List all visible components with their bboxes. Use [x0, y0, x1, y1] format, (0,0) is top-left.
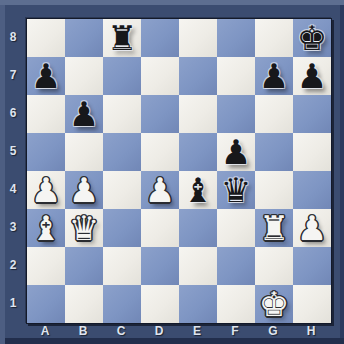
square-f2[interactable]	[217, 247, 255, 285]
white-pawn-piece[interactable]: ♟	[69, 171, 99, 209]
black-king-piece[interactable]: ♚	[297, 19, 327, 57]
square-e5[interactable]	[179, 133, 217, 171]
white-pawn-piece[interactable]: ♟	[297, 209, 327, 247]
rank-label-5: 5	[0, 132, 26, 170]
file-label-b: B	[64, 323, 102, 340]
chess-board: ♜♚♟♟♟♟♟♟♟♟♝♛♝♛♜♟♚	[26, 18, 332, 324]
file-label-d: D	[140, 323, 178, 340]
square-a7[interactable]: ♟	[27, 57, 65, 95]
square-b5[interactable]	[65, 133, 103, 171]
white-pawn-piece[interactable]: ♟	[145, 171, 175, 209]
white-king-piece[interactable]: ♚	[259, 285, 289, 323]
square-c3[interactable]	[103, 209, 141, 247]
square-f5[interactable]: ♟	[217, 133, 255, 171]
file-label-f: F	[216, 323, 254, 340]
black-pawn-piece[interactable]: ♟	[221, 133, 251, 171]
square-h4[interactable]	[293, 171, 331, 209]
square-b8[interactable]	[65, 19, 103, 57]
square-b6[interactable]: ♟	[65, 95, 103, 133]
rank-label-2: 2	[0, 246, 26, 284]
square-g1[interactable]: ♚	[255, 285, 293, 323]
chess-board-frame: 87654321 ABCDEFGH ♜♚♟♟♟♟♟♟♟♟♝♛♝♛♜♟♚	[0, 0, 344, 344]
square-a1[interactable]	[27, 285, 65, 323]
square-c5[interactable]	[103, 133, 141, 171]
square-h1[interactable]	[293, 285, 331, 323]
square-c4[interactable]	[103, 171, 141, 209]
square-d2[interactable]	[141, 247, 179, 285]
black-pawn-piece[interactable]: ♟	[297, 57, 327, 95]
square-e1[interactable]	[179, 285, 217, 323]
square-b4[interactable]: ♟	[65, 171, 103, 209]
square-c2[interactable]	[103, 247, 141, 285]
file-label-h: H	[292, 323, 330, 340]
black-queen-piece[interactable]: ♛	[221, 171, 251, 209]
square-g7[interactable]: ♟	[255, 57, 293, 95]
square-b3[interactable]: ♛	[65, 209, 103, 247]
square-f7[interactable]	[217, 57, 255, 95]
square-d1[interactable]	[141, 285, 179, 323]
square-g5[interactable]	[255, 133, 293, 171]
rank-label-7: 7	[0, 56, 26, 94]
square-a8[interactable]	[27, 19, 65, 57]
square-g8[interactable]	[255, 19, 293, 57]
white-rook-piece[interactable]: ♜	[259, 209, 289, 247]
square-c8[interactable]: ♜	[103, 19, 141, 57]
square-f8[interactable]	[217, 19, 255, 57]
square-b1[interactable]	[65, 285, 103, 323]
file-label-g: G	[254, 323, 292, 340]
white-pawn-piece[interactable]: ♟	[31, 171, 61, 209]
square-g6[interactable]	[255, 95, 293, 133]
black-rook-piece[interactable]: ♜	[107, 19, 137, 57]
rank-label-6: 6	[0, 94, 26, 132]
file-labels: ABCDEFGH	[26, 323, 332, 340]
square-h8[interactable]: ♚	[293, 19, 331, 57]
file-label-e: E	[178, 323, 216, 340]
square-b2[interactable]	[65, 247, 103, 285]
square-f1[interactable]	[217, 285, 255, 323]
rank-label-3: 3	[0, 208, 26, 246]
square-g2[interactable]	[255, 247, 293, 285]
square-d5[interactable]	[141, 133, 179, 171]
square-a3[interactable]: ♝	[27, 209, 65, 247]
black-pawn-piece[interactable]: ♟	[31, 57, 61, 95]
square-h5[interactable]	[293, 133, 331, 171]
square-e4[interactable]: ♝	[179, 171, 217, 209]
square-h7[interactable]: ♟	[293, 57, 331, 95]
rank-label-1: 1	[0, 284, 26, 322]
square-a2[interactable]	[27, 247, 65, 285]
square-a5[interactable]	[27, 133, 65, 171]
square-h6[interactable]	[293, 95, 331, 133]
rank-label-4: 4	[0, 170, 26, 208]
square-b7[interactable]	[65, 57, 103, 95]
square-e7[interactable]	[179, 57, 217, 95]
square-e8[interactable]	[179, 19, 217, 57]
black-pawn-piece[interactable]: ♟	[259, 57, 289, 95]
white-bishop-piece[interactable]: ♝	[31, 209, 61, 247]
rank-label-8: 8	[0, 18, 26, 56]
square-d4[interactable]: ♟	[141, 171, 179, 209]
file-label-a: A	[26, 323, 64, 340]
square-e2[interactable]	[179, 247, 217, 285]
square-e6[interactable]	[179, 95, 217, 133]
white-queen-piece[interactable]: ♛	[69, 209, 99, 247]
square-f4[interactable]: ♛	[217, 171, 255, 209]
square-d8[interactable]	[141, 19, 179, 57]
square-g4[interactable]	[255, 171, 293, 209]
square-d6[interactable]	[141, 95, 179, 133]
square-c1[interactable]	[103, 285, 141, 323]
rank-labels: 87654321	[0, 18, 26, 322]
file-label-c: C	[102, 323, 140, 340]
square-a4[interactable]: ♟	[27, 171, 65, 209]
square-f6[interactable]	[217, 95, 255, 133]
black-bishop-piece[interactable]: ♝	[183, 171, 213, 209]
square-g3[interactable]: ♜	[255, 209, 293, 247]
square-h3[interactable]: ♟	[293, 209, 331, 247]
square-f3[interactable]	[217, 209, 255, 247]
square-d7[interactable]	[141, 57, 179, 95]
square-c7[interactable]	[103, 57, 141, 95]
square-e3[interactable]	[179, 209, 217, 247]
square-d3[interactable]	[141, 209, 179, 247]
square-h2[interactable]	[293, 247, 331, 285]
square-c6[interactable]	[103, 95, 141, 133]
square-a6[interactable]	[27, 95, 65, 133]
black-pawn-piece[interactable]: ♟	[69, 95, 99, 133]
